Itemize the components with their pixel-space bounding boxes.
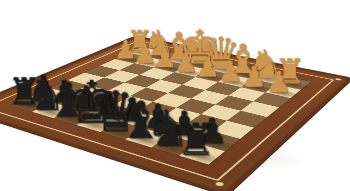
piece-black-rook: ♜ (145, 119, 246, 163)
piece-white-pawn: ♟ (238, 68, 319, 97)
square-a2: ♟ (265, 84, 301, 98)
corner-inlay-dot (214, 181, 225, 187)
chess-set-product-photo: ♜♞♝♚♛♝♞♜♟♟♟♟♟♟♟♟♟♟♟♟♟♟♟♟♜♞♝♚♛♝♞♜ (0, 0, 350, 191)
corner-inlay-dot (335, 78, 342, 81)
